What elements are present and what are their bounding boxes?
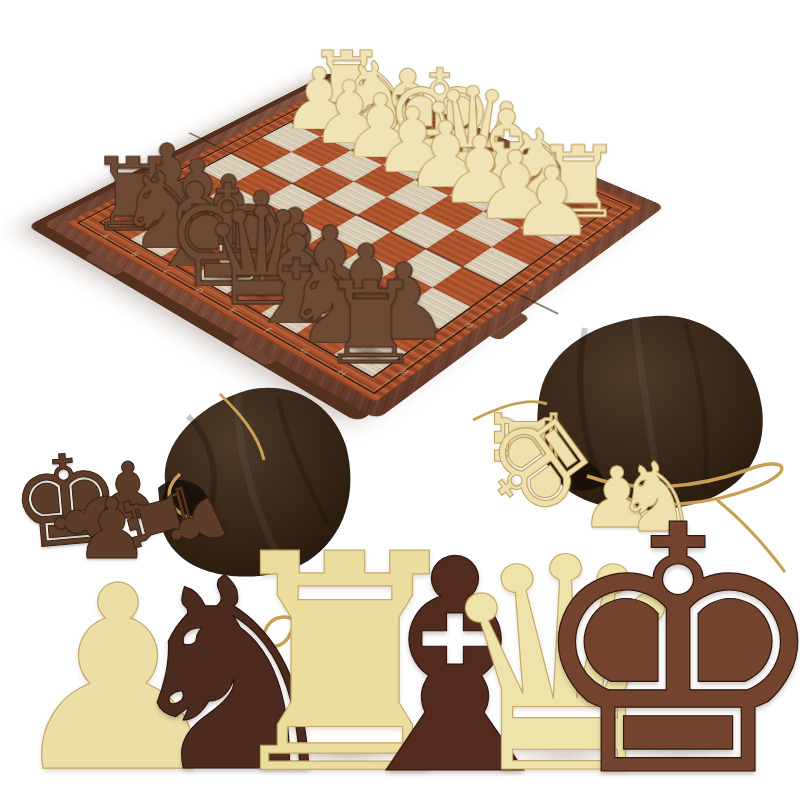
rank-label-1: 1	[596, 213, 626, 234]
rank-label-3: 3	[541, 251, 574, 273]
chess-set-product-photo: ♜♞♝♚♛♝♞♜♟♟♟♟♟♟♟♟♟♟♟♟♟♟♟♟♜♞♝♚♛♝♞♜ ABCDEFG…	[0, 0, 800, 800]
board-foot	[230, 339, 276, 367]
lineup-black-king: ♚	[525, 482, 800, 800]
rank-label-4: 4	[513, 271, 547, 294]
rank-label-2: 2	[569, 231, 600, 252]
rank-label-7: 7	[419, 335, 457, 361]
board-foot	[83, 253, 123, 276]
